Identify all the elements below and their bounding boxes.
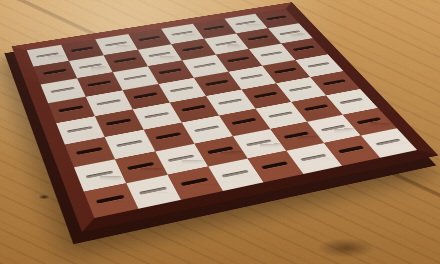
piece-slot — [274, 68, 297, 74]
chess-board: ♜♞♝♚♛♝♞♜♟♟♟♟♟♟♟♟♟♟♟♟♟♟♟♟♜♞♝♚♛♝♞♜ — [12, 2, 439, 232]
piece-slot — [87, 80, 111, 86]
piece-slot — [293, 45, 315, 51]
piece-slot — [227, 57, 250, 63]
white-pawn-glyph: ♟ — [0, 33, 113, 79]
table-surface: ♜♞♝♚♛♝♞♜♟♟♟♟♟♟♟♟♟♟♟♟♟♟♟♟♜♞♝♚♛♝♞♜ — [0, 0, 440, 264]
piece-slot — [193, 63, 216, 68]
piece-slot — [240, 74, 263, 80]
piece-slot — [170, 87, 194, 93]
piece-slot — [50, 87, 75, 93]
piece-slot — [260, 51, 282, 56]
photo-chess-set-on-table: ♜♞♝♚♛♝♞♜♟♟♟♟♟♟♟♟♟♟♟♟♟♟♟♟♜♞♝♚♛♝♞♜ — [0, 0, 440, 264]
piece-slot — [123, 75, 147, 81]
piece-slot — [205, 80, 229, 86]
piece-slot — [158, 68, 182, 74]
red-rook-glyph: ♜ — [41, 118, 186, 209]
square-h8[interactable]: ♜ — [84, 183, 139, 218]
